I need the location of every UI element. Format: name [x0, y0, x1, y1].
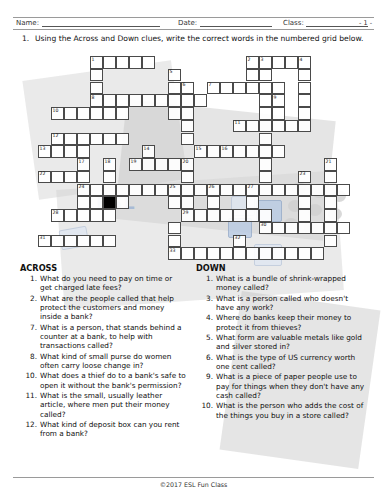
page-number: - 1 -: [359, 19, 372, 27]
clue-text: What form are valuable metals like gold …: [216, 333, 368, 352]
cell-number: 30: [261, 222, 267, 227]
answer-cell[interactable]: [259, 158, 272, 171]
answer-cell[interactable]: [142, 158, 155, 171]
cell-number: 8: [92, 95, 95, 100]
answer-cell[interactable]: [168, 94, 181, 107]
answer-cell[interactable]: [220, 184, 233, 197]
answer-cell[interactable]: [285, 184, 298, 197]
answer-cell[interactable]: [272, 222, 285, 235]
answer-cell[interactable]: [90, 133, 103, 146]
answer-cell[interactable]: [311, 184, 324, 197]
answer-cell[interactable]: [324, 209, 337, 222]
answer-cell[interactable]: [64, 209, 77, 222]
clue-item: 10.What does a thief do to a bank's safe…: [22, 371, 188, 390]
answer-cell[interactable]: 24: [77, 184, 90, 197]
answer-cell[interactable]: 9: [272, 94, 285, 107]
clue-item: 1.What do you need to pay on time or get…: [22, 274, 188, 293]
cell-number: 33: [170, 248, 176, 253]
answer-cell[interactable]: [103, 56, 116, 69]
cell-number: 22: [40, 171, 46, 176]
answer-cell[interactable]: [298, 82, 311, 95]
answer-cell[interactable]: [298, 107, 311, 120]
answer-cell[interactable]: [259, 133, 272, 146]
answer-cell[interactable]: 1: [90, 56, 103, 69]
answer-cell[interactable]: [181, 171, 194, 184]
answer-cell[interactable]: [142, 94, 155, 107]
answer-cell[interactable]: 28: [51, 209, 64, 222]
clue-number: 10.: [22, 371, 37, 380]
answer-cell[interactable]: [181, 133, 194, 146]
answer-cell[interactable]: [246, 120, 259, 133]
clue-text: What kind of deposit box can you rent fr…: [40, 420, 186, 439]
clue-text: What is the person who adds the cost of …: [216, 401, 368, 420]
clue-text: What is the small, usually leather artic…: [40, 391, 186, 419]
answer-cell[interactable]: [298, 196, 311, 209]
answer-cell[interactable]: [103, 184, 116, 197]
clue-item: 11.What is the small, usually leather ar…: [22, 391, 188, 419]
answer-cell[interactable]: [207, 247, 220, 260]
answer-cell[interactable]: [77, 235, 90, 248]
cell-number: 13: [40, 146, 46, 151]
answer-cell[interactable]: [116, 196, 129, 209]
answer-cell[interactable]: [77, 107, 90, 120]
answer-cell[interactable]: [194, 94, 207, 107]
cell-number: 24: [79, 184, 85, 189]
answer-cell[interactable]: [272, 247, 285, 260]
answer-cell[interactable]: 19: [129, 158, 142, 171]
answer-cell[interactable]: [259, 120, 272, 133]
clue-item: 10.What is the person who adds the cost …: [198, 401, 370, 420]
answer-cell[interactable]: [77, 171, 90, 184]
answer-cell[interactable]: [64, 145, 77, 158]
clue-number: 11.: [22, 391, 37, 400]
clue-text: What do you need to pay on time or get c…: [40, 274, 186, 293]
cell-number: 19: [131, 159, 137, 164]
cell-number: 9: [274, 95, 277, 100]
top-rule: [13, 17, 374, 18]
answer-cell[interactable]: [116, 107, 129, 120]
answer-cell[interactable]: [77, 145, 90, 158]
answer-cell[interactable]: 5: [168, 69, 181, 82]
answer-cell[interactable]: [116, 56, 129, 69]
answer-cell[interactable]: [90, 196, 103, 209]
answer-cell[interactable]: [272, 120, 285, 133]
answer-cell[interactable]: [207, 145, 220, 158]
answer-cell[interactable]: 22: [38, 171, 51, 184]
answer-cell[interactable]: [142, 56, 155, 69]
answer-cell[interactable]: [155, 158, 168, 171]
across-heading: ACROSS: [20, 263, 57, 273]
answer-cell[interactable]: 7: [207, 82, 220, 95]
answer-cell[interactable]: [324, 222, 337, 235]
answer-cell[interactable]: 2: [246, 56, 259, 69]
answer-cell[interactable]: [272, 145, 285, 158]
answer-cell[interactable]: [220, 247, 233, 260]
answer-cell[interactable]: [116, 94, 129, 107]
answer-cell[interactable]: [324, 196, 337, 209]
answer-cell[interactable]: [246, 247, 259, 260]
answer-cell[interactable]: 10: [51, 107, 64, 120]
answer-cell[interactable]: 4: [298, 56, 311, 69]
answer-cell[interactable]: [285, 247, 298, 260]
cell-number: 25: [170, 184, 176, 189]
cell-number: 6: [183, 82, 186, 87]
answer-cell[interactable]: [324, 235, 337, 248]
answer-cell[interactable]: [168, 196, 181, 209]
cell-number: 15: [196, 146, 202, 151]
answer-cell[interactable]: [259, 247, 272, 260]
down-clue-list: 1.What is a bundle of shrink-wrapped mon…: [198, 274, 370, 421]
answer-cell[interactable]: 31: [38, 235, 51, 248]
answer-cell[interactable]: [142, 184, 155, 197]
cell-number: 26: [209, 184, 215, 189]
answer-cell[interactable]: [77, 133, 90, 146]
answer-cell[interactable]: [77, 209, 90, 222]
answer-cell[interactable]: [259, 94, 272, 107]
clue-number: 1.: [198, 274, 213, 283]
clue-text: What does a thief do to a bank's safe to…: [40, 371, 186, 390]
answer-cell[interactable]: 29: [181, 209, 194, 222]
clue-item: 8.What kind of small purse do women ofte…: [22, 352, 188, 371]
instruction-text: Using the Across and Down clues, write t…: [35, 34, 367, 44]
answer-cell[interactable]: [168, 222, 181, 235]
answer-cell[interactable]: 3: [259, 56, 272, 69]
clue-item: 5.What form are valuable metals like gol…: [198, 333, 370, 352]
answer-cell[interactable]: [337, 222, 350, 235]
answer-cell[interactable]: [155, 184, 168, 197]
answer-cell[interactable]: [168, 235, 181, 248]
clue-number: 10.: [198, 401, 213, 410]
answer-cell[interactable]: [168, 82, 181, 95]
answer-cell[interactable]: 12: [51, 133, 64, 146]
clue-item: 6.What is the type of US currency worth …: [198, 353, 370, 372]
cell-number: 11: [235, 120, 241, 125]
clue-text: What is a person called who doesn't have…: [216, 294, 368, 313]
answer-cell[interactable]: [90, 69, 103, 82]
answer-cell[interactable]: [90, 107, 103, 120]
answer-cell[interactable]: [181, 196, 194, 209]
answer-cell[interactable]: [90, 82, 103, 95]
answer-cell[interactable]: [51, 145, 64, 158]
answer-cell[interactable]: 14: [142, 145, 155, 158]
answer-cell[interactable]: [272, 184, 285, 197]
answer-cell[interactable]: [298, 247, 311, 260]
answer-cell[interactable]: [129, 184, 142, 197]
answer-cell[interactable]: [77, 196, 90, 209]
answer-cell[interactable]: [51, 235, 64, 248]
cell-number: 16: [222, 146, 228, 151]
answer-cell[interactable]: [103, 209, 116, 222]
cell-number: 5: [170, 69, 173, 74]
clue-number: 12.: [22, 420, 37, 429]
answer-cell[interactable]: [311, 247, 324, 260]
instruction-number: 1.: [22, 34, 29, 44]
crossword-grid: 1234567891011121314151617181920212223242…: [38, 56, 350, 260]
answer-cell[interactable]: [90, 184, 103, 197]
answer-cell[interactable]: [168, 107, 181, 120]
clue-number: 9.: [198, 372, 213, 381]
answer-cell[interactable]: [246, 69, 259, 82]
cell-number: 10: [53, 108, 59, 113]
clue-item: 2.What are the people called that help p…: [22, 294, 188, 322]
cell-number: 27: [248, 184, 254, 189]
answer-cell[interactable]: [298, 94, 311, 107]
answer-cell[interactable]: 20: [181, 158, 194, 171]
answer-cell[interactable]: [181, 107, 194, 120]
date-input-line[interactable]: [200, 26, 272, 27]
cell-number: 23: [300, 171, 306, 176]
answer-cell[interactable]: [129, 56, 142, 69]
cell-number: 32: [235, 235, 241, 240]
answer-cell[interactable]: 8: [90, 94, 103, 107]
class-label: Class:: [283, 19, 304, 27]
clue-text: Where do banks keep their money to prote…: [216, 313, 368, 332]
down-heading: DOWN: [196, 263, 226, 273]
clue-item: 3.What is a person called who doesn't ha…: [198, 294, 370, 313]
footer-rule: [13, 477, 374, 478]
cell-number: 3: [261, 57, 264, 62]
answer-cell[interactable]: [168, 158, 181, 171]
answer-cell[interactable]: [246, 145, 259, 158]
answer-cell[interactable]: [129, 94, 142, 107]
answer-cell[interactable]: [298, 209, 311, 222]
answer-cell[interactable]: [103, 171, 116, 184]
answer-cell[interactable]: [90, 235, 103, 248]
answer-cell[interactable]: [181, 184, 194, 197]
header-rule: [13, 29, 374, 30]
cell-number: 14: [144, 146, 150, 151]
answer-cell[interactable]: 30: [259, 222, 272, 235]
clue-text: What is a bundle of shrink-wrapped money…: [216, 274, 368, 293]
answer-cell[interactable]: [285, 120, 298, 133]
answer-cell[interactable]: [64, 171, 77, 184]
answer-cell[interactable]: [233, 184, 246, 197]
answer-cell[interactable]: [155, 94, 168, 107]
across-clue-list: 1.What do you need to pay on time or get…: [22, 274, 188, 440]
cell-number: 28: [53, 210, 59, 215]
answer-cell[interactable]: [220, 82, 233, 95]
name-label: Name:: [16, 19, 39, 27]
answer-cell[interactable]: [259, 184, 272, 197]
answer-cell[interactable]: [285, 56, 298, 69]
clue-number: 4.: [198, 313, 213, 322]
answer-cell[interactable]: [259, 107, 272, 120]
clue-number: 5.: [198, 333, 213, 342]
answer-cell[interactable]: [272, 56, 285, 69]
answer-cell[interactable]: [64, 235, 77, 248]
date-label: Date:: [178, 19, 197, 27]
cell-number: 20: [183, 159, 189, 164]
answer-cell[interactable]: [233, 82, 246, 95]
answer-cell[interactable]: [194, 209, 207, 222]
answer-cell[interactable]: [246, 82, 259, 95]
instruction: 1. Using the Across and Down clues, writ…: [22, 34, 367, 44]
clue-item: 1.What is a bundle of shrink-wrapped mon…: [198, 274, 370, 293]
answer-cell[interactable]: 11: [233, 120, 246, 133]
answer-cell[interactable]: [51, 171, 64, 184]
answer-cell[interactable]: [64, 133, 77, 146]
black-cell: [103, 196, 116, 209]
answer-cell[interactable]: [220, 209, 233, 222]
answer-cell[interactable]: 18: [103, 158, 116, 171]
answer-cell[interactable]: [246, 196, 259, 209]
answer-cell[interactable]: [181, 247, 194, 260]
answer-cell[interactable]: 23: [298, 171, 311, 184]
cell-number: 17: [79, 159, 85, 164]
clue-item: 12.What kind of deposit box can you rent…: [22, 420, 188, 439]
answer-cell[interactable]: [116, 184, 129, 197]
clue-text: What is a piece of paper people use to p…: [216, 372, 368, 400]
answer-cell[interactable]: [298, 184, 311, 197]
answer-cell[interactable]: 13: [38, 145, 51, 158]
cell-number: 21: [326, 159, 332, 164]
cell-number: 12: [53, 133, 59, 138]
clue-number: 6.: [198, 353, 213, 362]
answer-cell[interactable]: [324, 184, 337, 197]
answer-cell[interactable]: [181, 120, 194, 133]
clue-item: 4.Where do banks keep their money to pro…: [198, 313, 370, 332]
worksheet-page: Name: Date: Class: - 1 - 1. Using the Ac…: [0, 0, 387, 500]
answer-cell[interactable]: 17: [77, 158, 90, 171]
cell-number: 7: [209, 82, 212, 87]
cell-number: 2: [248, 57, 251, 62]
cell-number: 31: [40, 235, 46, 240]
answer-cell[interactable]: 26: [207, 184, 220, 197]
name-input-line[interactable]: [42, 26, 160, 27]
answer-cell[interactable]: [285, 222, 298, 235]
answer-cell[interactable]: [116, 133, 129, 146]
answer-cell[interactable]: [298, 69, 311, 82]
answer-cell[interactable]: [298, 120, 311, 133]
answer-cell[interactable]: [311, 222, 324, 235]
answer-cell[interactable]: [259, 171, 272, 184]
answer-cell[interactable]: 33: [168, 247, 181, 260]
clue-number: 2.: [22, 294, 37, 303]
answer-cell[interactable]: [194, 184, 207, 197]
answer-cell[interactable]: [90, 209, 103, 222]
answer-cell[interactable]: 15: [194, 145, 207, 158]
answer-cell[interactable]: 21: [324, 158, 337, 171]
answer-cell[interactable]: 27: [246, 184, 259, 197]
clue-text: What are the people called that help pro…: [40, 294, 186, 322]
answer-cell[interactable]: [324, 171, 337, 184]
cell-number: 29: [183, 210, 189, 215]
answer-cell[interactable]: [181, 94, 194, 107]
clue-item: 7.What is a person, that stands behind a…: [22, 323, 188, 351]
answer-cell[interactable]: [272, 107, 285, 120]
answer-cell[interactable]: [233, 247, 246, 260]
clue-text: What is the type of US currency worth on…: [216, 353, 368, 372]
answer-cell[interactable]: [259, 145, 272, 158]
answer-cell[interactable]: 16: [220, 145, 233, 158]
answer-cell[interactable]: 25: [168, 184, 181, 197]
clue-number: 3.: [198, 294, 213, 303]
answer-cell[interactable]: [246, 209, 259, 222]
clue-text: What is a person, that stands behind a c…: [40, 323, 186, 351]
answer-cell[interactable]: 6: [181, 82, 194, 95]
answer-cell[interactable]: [259, 209, 272, 222]
answer-cell[interactable]: [259, 82, 272, 95]
answer-cell[interactable]: [298, 222, 311, 235]
answer-cell[interactable]: [103, 235, 116, 248]
cell-number: 4: [300, 57, 303, 62]
clue-item: 9.What is a piece of paper people use to…: [198, 372, 370, 400]
answer-cell[interactable]: [233, 145, 246, 158]
answer-cell[interactable]: [337, 184, 350, 197]
answer-cell[interactable]: [259, 69, 272, 82]
clue-number: 8.: [22, 352, 37, 361]
answer-cell[interactable]: [103, 107, 116, 120]
answer-cell[interactable]: [233, 209, 246, 222]
clue-text: What kind of small purse do women often …: [40, 352, 186, 371]
answer-cell[interactable]: [194, 247, 207, 260]
answer-cell[interactable]: [64, 107, 77, 120]
cell-number: 1: [92, 57, 95, 62]
answer-cell[interactable]: [103, 133, 116, 146]
answer-cell[interactable]: [272, 82, 285, 95]
answer-cell[interactable]: [103, 94, 116, 107]
copyright: ©2017 ESL Fun Class: [0, 481, 387, 488]
answer-cell[interactable]: [207, 209, 220, 222]
clue-number: 1.: [22, 274, 37, 283]
answer-cell[interactable]: 32: [233, 235, 246, 248]
clue-number: 7.: [22, 323, 37, 332]
cell-number: 18: [105, 159, 111, 164]
answer-cell[interactable]: [207, 196, 220, 209]
